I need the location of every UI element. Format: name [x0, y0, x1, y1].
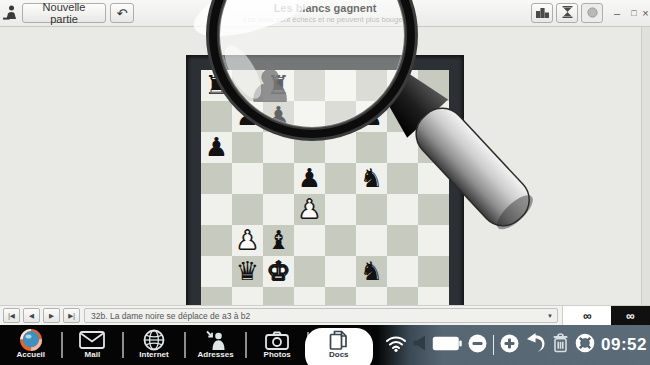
black-pawn: ♟ [360, 101, 383, 132]
square-f8[interactable] [356, 70, 387, 101]
toolbar: Nouvelle partie ↶ Les blancs gagnent Les… [0, 0, 650, 27]
move-list-dropdown[interactable]: 32b. La dame noire se déplace de a3 à b2… [84, 308, 558, 323]
square-a5[interactable] [201, 163, 232, 194]
status-subtitle: Les noirs sont échecs et ne peuvent plus… [243, 15, 406, 24]
square-c7[interactable]: ♟ [263, 101, 294, 132]
square-h3[interactable] [418, 225, 449, 256]
square-d3[interactable] [294, 225, 325, 256]
move-navigation-bar: |◀ ◀ ▶ ▶| 32b. La dame noire se déplace … [0, 305, 650, 325]
square-e5[interactable] [325, 163, 356, 194]
square-a2[interactable] [201, 256, 232, 287]
ordissimo-chess-screen: Nouvelle partie ↶ Les blancs gagnent Les… [0, 0, 650, 365]
documents-icon [308, 329, 370, 351]
square-d7[interactable] [294, 101, 325, 132]
square-g4[interactable] [387, 194, 418, 225]
square-g2[interactable] [387, 256, 418, 287]
square-h5[interactable] [418, 163, 449, 194]
taskbar-apps: Accueil Mail Internet [0, 325, 370, 365]
square-d8[interactable] [294, 70, 325, 101]
previous-move-button[interactable]: ◀ [23, 308, 40, 323]
square-f2[interactable]: ♞ [356, 256, 387, 287]
square-c8[interactable]: ♜ [263, 70, 294, 101]
black-rook: ♜ [267, 70, 290, 101]
square-h7[interactable] [418, 101, 449, 132]
new-game-button[interactable]: Nouvelle partie [22, 3, 106, 23]
square-h8[interactable] [418, 70, 449, 101]
taskbar-item-adresses[interactable]: Adresses [185, 325, 247, 365]
black-clock: ∞ [611, 306, 650, 326]
square-h6[interactable] [418, 132, 449, 163]
white-pawn: ♟ [298, 194, 321, 225]
black-pawn: ♟ [236, 101, 259, 132]
black-pawn: ♟ [267, 101, 290, 132]
square-a7[interactable] [201, 101, 232, 132]
tray-divider [493, 335, 494, 355]
record-button[interactable] [581, 3, 603, 23]
scrollbar[interactable] [641, 27, 650, 306]
square-b8[interactable] [232, 70, 263, 101]
next-move-button[interactable]: ▶ [43, 308, 60, 323]
square-d6[interactable] [294, 132, 325, 163]
volume-icon[interactable] [413, 335, 426, 355]
black-bishop: ♝ [267, 225, 290, 256]
square-a4[interactable] [201, 194, 232, 225]
black-king: ♚ [391, 70, 414, 101]
black-rook: ♜ [205, 70, 228, 101]
move-text: 32b. La dame noire se déplace de a3 à b2 [91, 311, 250, 321]
close-button[interactable]: × [641, 0, 650, 26]
game-status: Les blancs gagnent Les noirs sont échecs… [243, 2, 406, 24]
content-area: ♜♜♚♟♟♟♟♟♞♟♟♝♛♚♞ [0, 27, 650, 306]
square-c3[interactable]: ♝ [263, 225, 294, 256]
square-e6[interactable] [325, 132, 356, 163]
taskbar-item-accueil[interactable]: Accueil [0, 325, 62, 365]
taskbar: Accueil Mail Internet [0, 325, 650, 365]
square-b5[interactable] [232, 163, 263, 194]
black-knight: ♞ [360, 163, 383, 194]
home-logo-icon [0, 329, 62, 351]
undo-move-button[interactable]: ↶ [110, 3, 134, 23]
square-f4[interactable] [356, 194, 387, 225]
square-a6[interactable]: ♟ [201, 132, 232, 163]
square-e2[interactable] [325, 256, 356, 287]
lifebuoy-icon[interactable] [575, 333, 595, 357]
envelope-icon [62, 329, 124, 351]
taskbar-item-mail[interactable]: Mail [62, 325, 124, 365]
black-pawn: ♟ [298, 163, 321, 194]
square-b6[interactable] [232, 132, 263, 163]
square-b7[interactable]: ♟ [232, 101, 263, 132]
square-c4[interactable] [263, 194, 294, 225]
square-c6[interactable] [263, 132, 294, 163]
trash-icon[interactable] [552, 333, 569, 357]
user-icon [3, 5, 17, 24]
contact-icon [185, 329, 247, 351]
square-d5[interactable]: ♟ [294, 163, 325, 194]
square-e3[interactable] [325, 225, 356, 256]
wifi-icon[interactable] [385, 335, 407, 356]
square-f7[interactable]: ♟ [356, 101, 387, 132]
white-pawn: ♟ [236, 225, 259, 256]
square-b4[interactable] [232, 194, 263, 225]
square-h2[interactable] [418, 256, 449, 287]
undo-icon[interactable] [525, 333, 546, 357]
camera-icon [246, 329, 308, 351]
square-a3[interactable] [201, 225, 232, 256]
white-king: ♚ [267, 256, 290, 287]
square-g3[interactable] [387, 225, 418, 256]
first-move-button[interactable]: |◀ [3, 308, 20, 323]
battery-icon [432, 336, 462, 355]
status-title: Les blancs gagnent [243, 2, 406, 14]
square-f6[interactable] [356, 132, 387, 163]
square-b3[interactable]: ♟ [232, 225, 263, 256]
square-d4[interactable]: ♟ [294, 194, 325, 225]
globe-icon [123, 329, 185, 351]
square-g5[interactable] [387, 163, 418, 194]
record-icon [587, 7, 598, 20]
black-knight: ♞ [360, 256, 383, 287]
system-tray: 09:52 [385, 325, 647, 365]
last-move-button[interactable]: ▶| [63, 308, 80, 323]
chevron-down-icon: ▼ [547, 313, 553, 319]
square-g8[interactable]: ♚ [387, 70, 418, 101]
taskbar-item-docs[interactable]: Docs [308, 325, 370, 365]
square-e8[interactable] [325, 70, 356, 101]
black-queen: ♛ [236, 256, 259, 287]
square-c5[interactable] [263, 163, 294, 194]
timer-button[interactable] [556, 3, 578, 23]
square-b2[interactable]: ♛ [232, 256, 263, 287]
podium-icon [536, 7, 549, 20]
square-f5[interactable]: ♞ [356, 163, 387, 194]
zoom-out-icon[interactable] [468, 334, 487, 357]
taskbar-item-internet[interactable]: Internet [123, 325, 185, 365]
taskbar-item-photos[interactable]: Photos [246, 325, 308, 365]
hourglass-icon [562, 6, 573, 20]
ranking-button[interactable] [531, 3, 553, 23]
square-e4[interactable] [325, 194, 356, 225]
minimize-button[interactable]: – [610, 0, 624, 26]
maximize-button[interactable]: □ [627, 0, 641, 26]
zoom-in-icon[interactable] [500, 334, 519, 357]
square-f3[interactable] [356, 225, 387, 256]
white-clock: ∞ [562, 306, 612, 326]
square-g7[interactable] [387, 101, 418, 132]
square-a8[interactable]: ♜ [201, 70, 232, 101]
black-pawn: ♟ [205, 132, 228, 163]
chess-board-frame: ♜♜♚♟♟♟♟♟♞♟♟♝♛♚♞ [186, 55, 464, 333]
clock: 09:52 [601, 335, 647, 355]
square-e7[interactable] [325, 101, 356, 132]
square-c2[interactable]: ♚ [263, 256, 294, 287]
square-h4[interactable] [418, 194, 449, 225]
square-g6[interactable] [387, 132, 418, 163]
chess-board: ♜♜♚♟♟♟♟♟♞♟♟♝♛♚♞ [201, 70, 449, 318]
square-d2[interactable] [294, 256, 325, 287]
